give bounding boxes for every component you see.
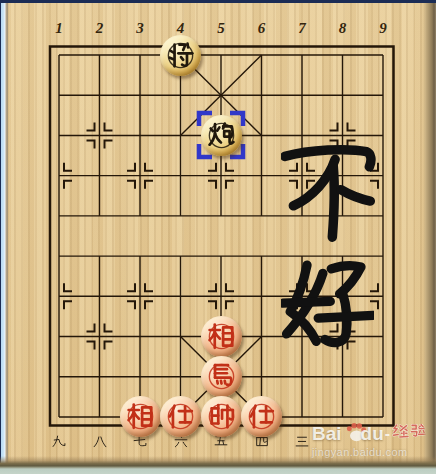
- file-label-top-2: 2: [89, 19, 111, 37]
- file-label-bottom-6: [255, 435, 269, 453]
- piece-black-general[interactable]: [160, 35, 201, 76]
- piece-red-general[interactable]: [201, 396, 242, 437]
- watermark-text-bai: Bai: [312, 423, 342, 445]
- file-label-top-9: 9: [372, 19, 394, 37]
- frame-bottom-edge: [0, 456, 436, 474]
- frame-left-edge: [0, 0, 8, 474]
- frame-top-edge: [0, 0, 436, 3]
- file-label-top-1: 1: [48, 19, 70, 37]
- handwritten-char-1: [281, 140, 376, 249]
- file-label-top-3: 3: [129, 19, 151, 37]
- piece-red-elephant[interactable]: [201, 316, 242, 357]
- baidu-jingyan-watermark: Bai du - jingyan.baidu.com: [312, 423, 432, 458]
- piece-red-horse[interactable]: [201, 356, 242, 397]
- file-label-bottom-4: [174, 435, 188, 453]
- file-label-top-8: 8: [332, 19, 354, 37]
- file-label-bottom-2: [93, 435, 107, 453]
- watermark-separator: -: [385, 425, 390, 443]
- watermark-text-jingyan-cn: [391, 424, 427, 445]
- xiangqi-app-window: 123456789 Bai du - jingyan.baidu.com: [0, 0, 436, 474]
- file-label-top-5: 5: [210, 19, 232, 37]
- watermark-text-du: du: [361, 423, 384, 445]
- piece-red-elephant[interactable]: [120, 396, 161, 437]
- file-label-top-6: 6: [251, 19, 273, 37]
- file-label-bottom-1: [52, 435, 66, 453]
- piece-black-cannon[interactable]: [201, 115, 242, 156]
- file-label-top-7: 7: [291, 19, 313, 37]
- handwritten-char-2: [281, 250, 374, 366]
- file-label-bottom-3: [133, 435, 147, 453]
- frame-right-edge: [423, 0, 436, 474]
- file-label-bottom-7: [295, 435, 309, 453]
- file-label-bottom-5: [214, 435, 228, 453]
